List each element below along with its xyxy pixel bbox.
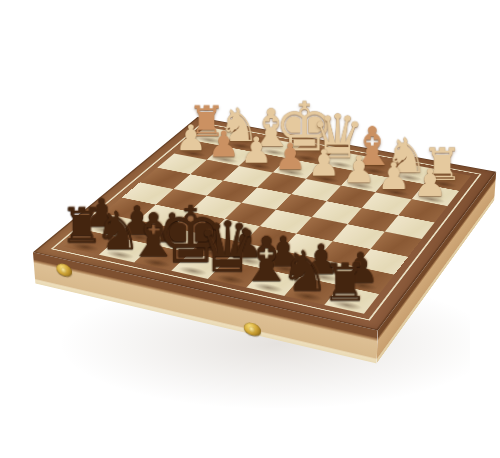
piece-white-pawn: ♟ bbox=[308, 145, 341, 182]
piece-white-pawn: ♟ bbox=[377, 158, 410, 195]
piece-white-pawn: ♟ bbox=[207, 126, 239, 162]
product-photo-scene: ♜♞♝♚♛♝♞♜♟♟♟♟♟♟♟♟♟♟♟♟♟♟♟♟♜♞♝♚♛♝♞♜ bbox=[0, 0, 500, 458]
piece-white-pawn: ♟ bbox=[240, 132, 272, 168]
piece-white-pawn: ♟ bbox=[175, 120, 207, 155]
brass-latch-left-icon bbox=[56, 262, 72, 278]
piece-black-rook: ♜ bbox=[322, 257, 368, 309]
piece-white-pawn: ♟ bbox=[342, 151, 375, 188]
piece-white-pawn: ♟ bbox=[274, 139, 307, 175]
piece-white-pawn: ♟ bbox=[413, 164, 447, 202]
brass-latch-body bbox=[56, 262, 72, 278]
